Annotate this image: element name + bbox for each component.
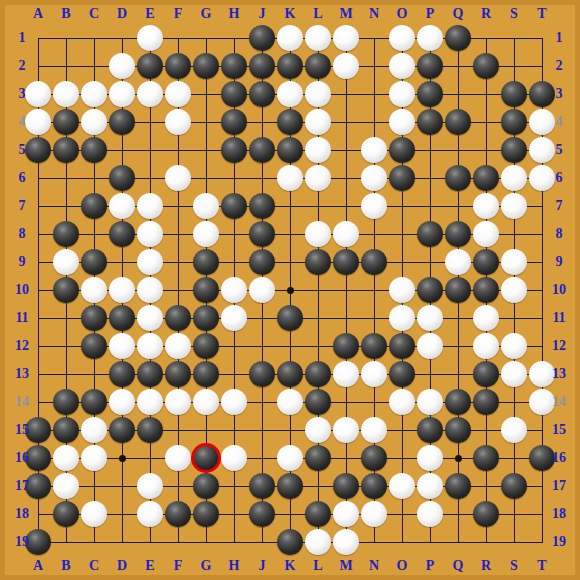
stone-white xyxy=(165,445,191,471)
stone-white xyxy=(305,417,331,443)
stone-black xyxy=(53,417,79,443)
column-label-top: N xyxy=(361,6,387,22)
stone-white xyxy=(389,53,415,79)
row-label-right: 14 xyxy=(546,394,572,410)
stone-black xyxy=(165,305,191,331)
stone-black xyxy=(249,221,275,247)
stone-white xyxy=(305,529,331,555)
stone-white xyxy=(305,137,331,163)
stone-black xyxy=(249,25,275,51)
stone-white xyxy=(277,81,303,107)
go-board[interactable]: AABBCCDDEEFFGGHHJJKKLLMMNNOOPPQQRRSSTT11… xyxy=(0,0,580,580)
stone-white xyxy=(501,277,527,303)
stone-black xyxy=(389,137,415,163)
column-label-top: T xyxy=(529,6,555,22)
stone-black xyxy=(193,305,219,331)
stone-black xyxy=(445,165,471,191)
row-label-right: 12 xyxy=(546,338,572,354)
stone-white xyxy=(417,389,443,415)
stone-white xyxy=(361,417,387,443)
column-label-top: A xyxy=(25,6,51,22)
stone-black xyxy=(389,165,415,191)
column-label-top: G xyxy=(193,6,219,22)
stone-white xyxy=(361,361,387,387)
column-label-top: Q xyxy=(445,6,471,22)
stone-black xyxy=(445,389,471,415)
column-label-top: L xyxy=(305,6,331,22)
column-label-bottom: F xyxy=(165,558,191,574)
row-label-right: 19 xyxy=(546,534,572,550)
stone-black xyxy=(221,193,247,219)
column-label-bottom: K xyxy=(277,558,303,574)
stone-white xyxy=(221,277,247,303)
stone-white xyxy=(165,389,191,415)
stone-white xyxy=(305,25,331,51)
stone-white xyxy=(389,277,415,303)
stone-black xyxy=(305,445,331,471)
stone-white xyxy=(53,445,79,471)
column-label-top: J xyxy=(249,6,275,22)
row-label-left: 6 xyxy=(9,170,35,186)
stone-white xyxy=(137,25,163,51)
stone-black xyxy=(221,137,247,163)
column-label-top: O xyxy=(389,6,415,22)
stone-black xyxy=(277,109,303,135)
column-label-bottom: P xyxy=(417,558,443,574)
column-label-top: H xyxy=(221,6,247,22)
row-label-left: 16 xyxy=(9,450,35,466)
row-label-right: 7 xyxy=(546,198,572,214)
row-label-right: 1 xyxy=(546,30,572,46)
stone-black xyxy=(193,249,219,275)
stone-white xyxy=(165,165,191,191)
stone-white xyxy=(109,333,135,359)
stone-white xyxy=(417,473,443,499)
column-label-top: B xyxy=(53,6,79,22)
stone-white xyxy=(501,165,527,191)
column-label-bottom: M xyxy=(333,558,359,574)
stone-black xyxy=(473,361,499,387)
column-label-top: P xyxy=(417,6,443,22)
stone-white xyxy=(305,221,331,247)
row-label-right: 17 xyxy=(546,478,572,494)
stone-white xyxy=(501,249,527,275)
row-label-left: 10 xyxy=(9,282,35,298)
stone-white xyxy=(165,333,191,359)
column-label-bottom: B xyxy=(53,558,79,574)
stone-black xyxy=(249,501,275,527)
stone-black xyxy=(109,165,135,191)
stone-black xyxy=(53,221,79,247)
stone-white xyxy=(277,25,303,51)
stone-white xyxy=(501,333,527,359)
stone-white xyxy=(137,305,163,331)
stone-white xyxy=(305,81,331,107)
stone-black xyxy=(221,109,247,135)
stone-black xyxy=(193,501,219,527)
stone-white xyxy=(333,501,359,527)
stone-black xyxy=(249,53,275,79)
stone-white xyxy=(137,501,163,527)
stone-white xyxy=(333,529,359,555)
stone-white xyxy=(165,81,191,107)
stone-black xyxy=(277,529,303,555)
stone-white xyxy=(137,333,163,359)
stone-black xyxy=(417,109,443,135)
stone-white xyxy=(333,361,359,387)
stone-white xyxy=(81,501,107,527)
stone-black xyxy=(389,361,415,387)
column-label-bottom: R xyxy=(473,558,499,574)
star-point xyxy=(455,455,462,462)
stone-white xyxy=(109,389,135,415)
stone-white xyxy=(361,165,387,191)
column-label-bottom: A xyxy=(25,558,51,574)
stone-black xyxy=(221,81,247,107)
stone-white xyxy=(137,193,163,219)
column-label-bottom: O xyxy=(389,558,415,574)
stone-white xyxy=(53,249,79,275)
row-label-right: 8 xyxy=(546,226,572,242)
stone-white xyxy=(277,165,303,191)
star-point xyxy=(287,287,294,294)
stone-black xyxy=(361,445,387,471)
stone-black xyxy=(81,333,107,359)
stone-white xyxy=(305,165,331,191)
stone-white xyxy=(333,53,359,79)
stone-black xyxy=(361,473,387,499)
column-label-top: R xyxy=(473,6,499,22)
stone-black xyxy=(389,333,415,359)
stone-white xyxy=(137,473,163,499)
row-label-right: 10 xyxy=(546,282,572,298)
stone-black xyxy=(249,249,275,275)
stone-black xyxy=(165,501,191,527)
stone-white xyxy=(417,501,443,527)
column-label-top: F xyxy=(165,6,191,22)
stone-white xyxy=(417,445,443,471)
stone-white xyxy=(473,333,499,359)
stone-white xyxy=(417,25,443,51)
column-label-bottom: Q xyxy=(445,558,471,574)
stone-white xyxy=(137,389,163,415)
row-label-left: 4 xyxy=(9,114,35,130)
stone-black xyxy=(501,473,527,499)
stone-black xyxy=(193,53,219,79)
stone-white xyxy=(137,221,163,247)
stone-black xyxy=(417,81,443,107)
column-label-bottom: H xyxy=(221,558,247,574)
stone-black xyxy=(221,53,247,79)
stone-black xyxy=(53,389,79,415)
stone-white xyxy=(81,277,107,303)
stone-black xyxy=(277,53,303,79)
stone-white xyxy=(81,445,107,471)
stone-white xyxy=(221,389,247,415)
stone-black xyxy=(165,53,191,79)
stone-white xyxy=(109,81,135,107)
row-label-left: 14 xyxy=(9,394,35,410)
stone-black xyxy=(109,221,135,247)
stone-white xyxy=(361,193,387,219)
stone-white xyxy=(109,277,135,303)
row-label-left: 8 xyxy=(9,226,35,242)
column-label-bottom: D xyxy=(109,558,135,574)
stone-black xyxy=(137,417,163,443)
column-label-top: S xyxy=(501,6,527,22)
stone-black xyxy=(445,25,471,51)
stone-black xyxy=(473,53,499,79)
stone-white xyxy=(389,109,415,135)
stone-black xyxy=(473,249,499,275)
row-label-right: 16 xyxy=(546,450,572,466)
stone-black xyxy=(53,277,79,303)
stone-white xyxy=(361,137,387,163)
column-label-top: C xyxy=(81,6,107,22)
row-label-left: 5 xyxy=(9,142,35,158)
row-label-left: 9 xyxy=(9,254,35,270)
stone-black xyxy=(53,501,79,527)
stone-black xyxy=(501,81,527,107)
stone-white xyxy=(473,193,499,219)
row-label-left: 11 xyxy=(9,310,35,326)
stone-black xyxy=(249,81,275,107)
stone-black xyxy=(109,417,135,443)
stone-black xyxy=(193,473,219,499)
stone-black xyxy=(501,109,527,135)
stone-black xyxy=(361,249,387,275)
stone-white xyxy=(137,277,163,303)
column-label-top: E xyxy=(137,6,163,22)
row-label-right: 18 xyxy=(546,506,572,522)
stone-black xyxy=(473,165,499,191)
row-label-left: 13 xyxy=(9,366,35,382)
stone-black xyxy=(277,305,303,331)
stone-black xyxy=(81,249,107,275)
stone-black xyxy=(81,389,107,415)
column-label-bottom: L xyxy=(305,558,331,574)
stone-white xyxy=(193,389,219,415)
column-label-bottom: S xyxy=(501,558,527,574)
stone-black xyxy=(137,361,163,387)
row-label-left: 1 xyxy=(9,30,35,46)
stone-white xyxy=(137,81,163,107)
stone-black xyxy=(473,445,499,471)
stone-black xyxy=(249,361,275,387)
stone-white xyxy=(501,193,527,219)
stone-black xyxy=(305,361,331,387)
stone-white xyxy=(417,305,443,331)
stone-white xyxy=(109,53,135,79)
stone-white xyxy=(333,25,359,51)
stone-black xyxy=(501,137,527,163)
stone-white xyxy=(193,221,219,247)
row-label-left: 2 xyxy=(9,58,35,74)
stone-white xyxy=(361,501,387,527)
stone-white xyxy=(417,333,443,359)
stone-black xyxy=(53,137,79,163)
stone-black xyxy=(109,361,135,387)
last-move-marker xyxy=(191,443,221,473)
stone-black xyxy=(445,277,471,303)
stone-white xyxy=(389,473,415,499)
stone-black xyxy=(445,109,471,135)
stone-black xyxy=(165,361,191,387)
stone-white xyxy=(389,305,415,331)
column-label-top: D xyxy=(109,6,135,22)
column-label-bottom: E xyxy=(137,558,163,574)
stone-white xyxy=(473,305,499,331)
stone-white xyxy=(81,109,107,135)
stone-black xyxy=(305,389,331,415)
column-label-bottom: T xyxy=(529,558,555,574)
stone-white xyxy=(501,361,527,387)
row-label-right: 13 xyxy=(546,366,572,382)
stone-black xyxy=(53,109,79,135)
stone-black xyxy=(473,501,499,527)
stone-white xyxy=(137,249,163,275)
stone-black xyxy=(193,333,219,359)
stone-black xyxy=(109,109,135,135)
grid-line-h xyxy=(38,514,543,515)
stone-white xyxy=(53,473,79,499)
stone-white xyxy=(165,109,191,135)
stone-black xyxy=(277,361,303,387)
stone-white xyxy=(221,305,247,331)
stone-black xyxy=(417,277,443,303)
column-label-bottom: J xyxy=(249,558,275,574)
stone-white xyxy=(277,389,303,415)
stone-black xyxy=(277,473,303,499)
stone-white xyxy=(53,81,79,107)
column-label-bottom: N xyxy=(361,558,387,574)
stone-white xyxy=(389,25,415,51)
row-label-right: 15 xyxy=(546,422,572,438)
row-label-right: 2 xyxy=(546,58,572,74)
stone-black xyxy=(81,305,107,331)
stone-black xyxy=(249,473,275,499)
row-label-right: 9 xyxy=(546,254,572,270)
stone-black xyxy=(305,249,331,275)
stone-white xyxy=(473,221,499,247)
stone-white xyxy=(221,445,247,471)
stone-black xyxy=(81,193,107,219)
row-label-left: 15 xyxy=(9,422,35,438)
stone-black xyxy=(305,501,331,527)
stone-black xyxy=(249,137,275,163)
stone-black xyxy=(305,53,331,79)
stone-white xyxy=(81,417,107,443)
stone-black xyxy=(333,473,359,499)
stone-white xyxy=(501,417,527,443)
stone-black xyxy=(81,137,107,163)
stone-black xyxy=(333,249,359,275)
star-point xyxy=(119,455,126,462)
row-label-right: 3 xyxy=(546,86,572,102)
stone-white xyxy=(109,193,135,219)
row-label-right: 6 xyxy=(546,170,572,186)
stone-black xyxy=(109,305,135,331)
stone-black xyxy=(473,277,499,303)
row-label-left: 12 xyxy=(9,338,35,354)
stone-white xyxy=(389,81,415,107)
row-label-right: 11 xyxy=(546,310,572,326)
stone-black xyxy=(445,221,471,247)
row-label-right: 4 xyxy=(546,114,572,130)
stone-white xyxy=(277,445,303,471)
row-label-left: 3 xyxy=(9,86,35,102)
stone-black xyxy=(277,137,303,163)
row-label-left: 19 xyxy=(9,534,35,550)
stone-black xyxy=(445,417,471,443)
grid-line-v xyxy=(346,38,347,543)
stone-black xyxy=(193,277,219,303)
row-label-left: 18 xyxy=(9,506,35,522)
stone-white xyxy=(333,221,359,247)
stone-black xyxy=(137,53,163,79)
stone-black xyxy=(445,473,471,499)
stone-white xyxy=(249,277,275,303)
stone-black xyxy=(361,333,387,359)
stone-black xyxy=(417,53,443,79)
stone-white xyxy=(333,417,359,443)
column-label-bottom: C xyxy=(81,558,107,574)
row-label-right: 5 xyxy=(546,142,572,158)
stone-black xyxy=(249,193,275,219)
stone-white xyxy=(445,249,471,275)
stone-black xyxy=(473,389,499,415)
row-label-left: 7 xyxy=(9,198,35,214)
stone-black xyxy=(417,417,443,443)
stone-white xyxy=(305,109,331,135)
column-label-bottom: G xyxy=(193,558,219,574)
column-label-top: M xyxy=(333,6,359,22)
stone-white xyxy=(389,389,415,415)
stone-black xyxy=(417,221,443,247)
column-label-top: K xyxy=(277,6,303,22)
stone-black xyxy=(333,333,359,359)
stone-white xyxy=(193,193,219,219)
row-label-left: 17 xyxy=(9,478,35,494)
stone-white xyxy=(81,81,107,107)
stone-black xyxy=(193,361,219,387)
